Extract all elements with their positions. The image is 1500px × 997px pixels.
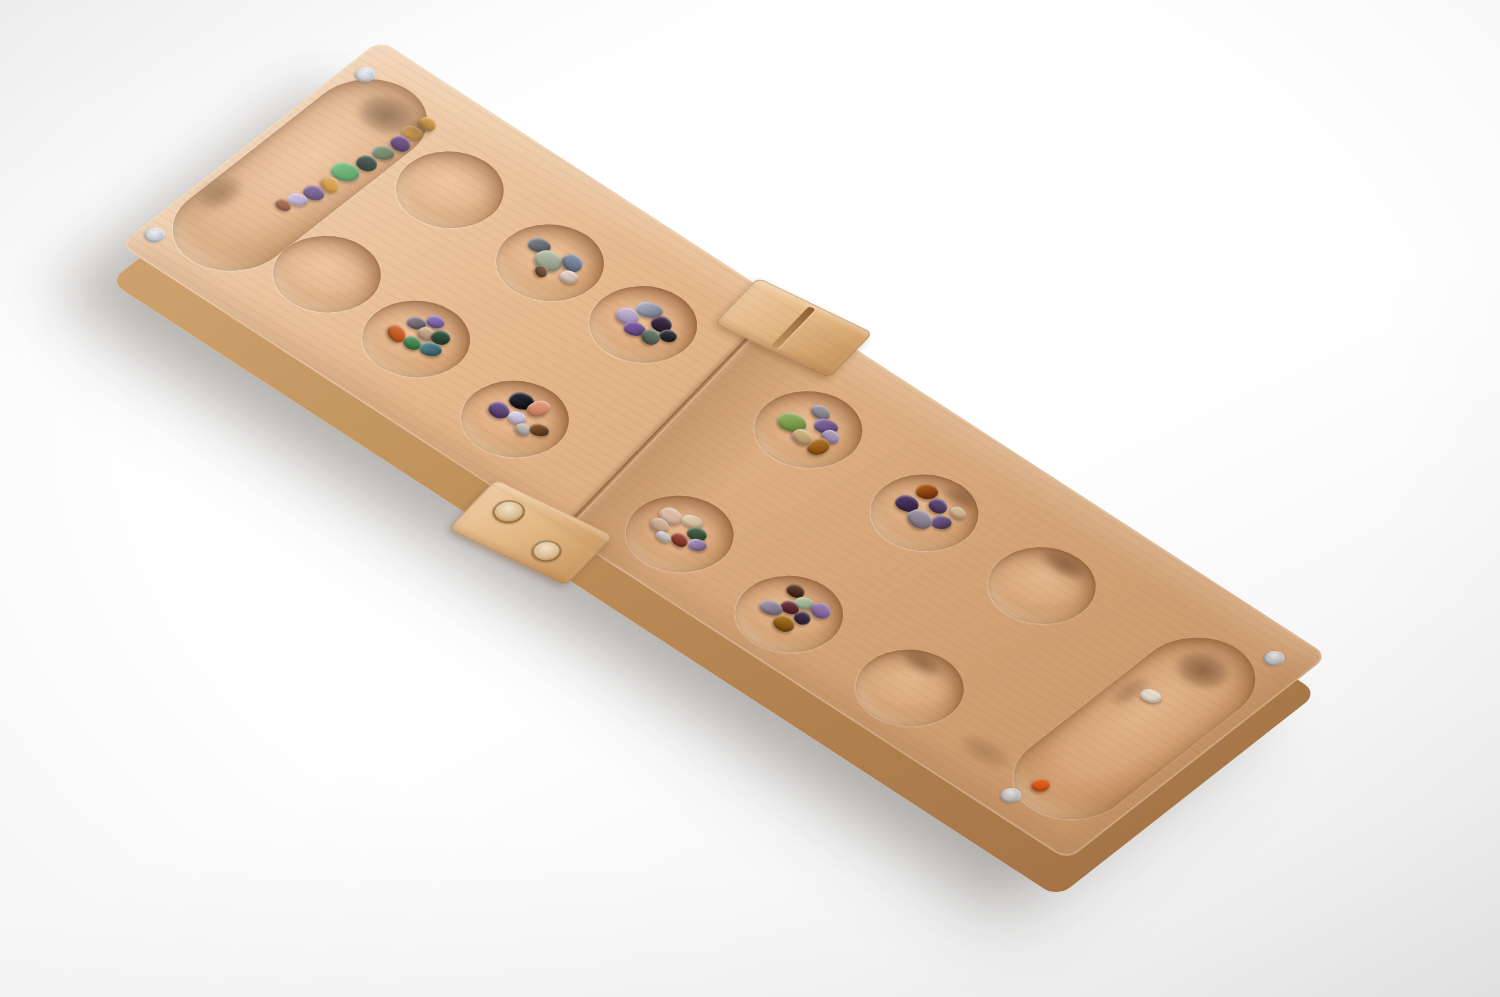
magnet-dot (140, 224, 169, 245)
pit-far-4[interactable] (733, 375, 885, 483)
gemstone-seed (929, 514, 955, 531)
pit-near-3[interactable] (439, 365, 591, 473)
gemstone-seed (685, 537, 710, 553)
photo-backdrop (0, 0, 1500, 997)
gemstone-seed (653, 529, 674, 544)
magnet-dot (1260, 648, 1289, 669)
mancala-board (119, 40, 1328, 860)
pit-far-6[interactable] (966, 532, 1118, 640)
gemstone-seed (1137, 687, 1165, 705)
hinge-pin (526, 536, 568, 566)
gemstone-seed (1027, 775, 1054, 794)
hinge-pin (486, 496, 531, 528)
hinge-groove (771, 306, 816, 349)
far-hinge (714, 278, 873, 379)
gemstone-seed (526, 422, 552, 439)
pit-near-4[interactable] (604, 480, 756, 588)
pit-far-5[interactable] (849, 459, 1001, 567)
